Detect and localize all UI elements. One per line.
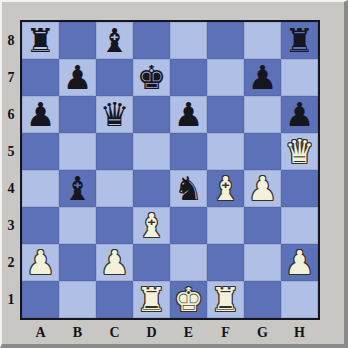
square-d8[interactable] <box>133 22 170 59</box>
square-d4[interactable] <box>133 170 170 207</box>
square-d1[interactable]: ♜ <box>133 281 170 318</box>
square-d7[interactable]: ♚ <box>133 59 170 96</box>
piece-black-pawn[interactable]: ♟ <box>174 96 204 133</box>
rank-label: 6 <box>2 96 20 133</box>
rank-label: 8 <box>2 22 20 59</box>
square-h1[interactable] <box>281 281 318 318</box>
square-h4[interactable] <box>281 170 318 207</box>
rank-label: 1 <box>2 281 20 318</box>
square-g7[interactable]: ♟ <box>244 59 281 96</box>
square-c4[interactable] <box>96 170 133 207</box>
piece-black-rook[interactable]: ♜ <box>285 22 315 59</box>
rank-label: 3 <box>2 207 20 244</box>
square-a2[interactable]: ♟ <box>22 244 59 281</box>
square-e5[interactable] <box>170 133 207 170</box>
square-a7[interactable] <box>22 59 59 96</box>
rank-label: 2 <box>2 244 20 281</box>
square-g2[interactable] <box>244 244 281 281</box>
piece-white-rook[interactable]: ♜ <box>211 281 241 318</box>
square-a6[interactable]: ♟ <box>22 96 59 133</box>
square-b5[interactable] <box>59 133 96 170</box>
square-f4[interactable]: ♝ <box>207 170 244 207</box>
square-c2[interactable]: ♟ <box>96 244 133 281</box>
square-b6[interactable] <box>59 96 96 133</box>
square-f8[interactable] <box>207 22 244 59</box>
square-e1[interactable]: ♚ <box>170 281 207 318</box>
square-g1[interactable] <box>244 281 281 318</box>
square-g4[interactable]: ♟ <box>244 170 281 207</box>
square-h2[interactable]: ♟ <box>281 244 318 281</box>
square-c1[interactable] <box>96 281 133 318</box>
square-e2[interactable] <box>170 244 207 281</box>
rank-label: 7 <box>2 59 20 96</box>
file-label: A <box>22 322 59 344</box>
piece-black-bishop[interactable]: ♝ <box>63 170 93 207</box>
piece-white-pawn[interactable]: ♟ <box>26 244 56 281</box>
piece-black-rook[interactable]: ♜ <box>26 22 56 59</box>
square-a8[interactable]: ♜ <box>22 22 59 59</box>
piece-black-knight[interactable]: ♞ <box>174 170 204 207</box>
file-label: G <box>244 322 281 344</box>
square-b1[interactable] <box>59 281 96 318</box>
piece-black-queen[interactable]: ♛ <box>100 96 130 133</box>
square-f1[interactable]: ♜ <box>207 281 244 318</box>
square-h8[interactable]: ♜ <box>281 22 318 59</box>
piece-black-pawn[interactable]: ♟ <box>26 96 56 133</box>
piece-white-queen[interactable]: ♛ <box>285 133 315 170</box>
piece-black-bishop[interactable]: ♝ <box>100 22 130 59</box>
square-b4[interactable]: ♝ <box>59 170 96 207</box>
square-d6[interactable] <box>133 96 170 133</box>
file-label: E <box>170 322 207 344</box>
square-c7[interactable] <box>96 59 133 96</box>
piece-black-pawn[interactable]: ♟ <box>63 59 93 96</box>
piece-white-bishop[interactable]: ♝ <box>137 207 167 244</box>
square-e6[interactable]: ♟ <box>170 96 207 133</box>
square-f3[interactable] <box>207 207 244 244</box>
piece-white-king[interactable]: ♚ <box>174 281 204 318</box>
square-d2[interactable] <box>133 244 170 281</box>
square-b8[interactable] <box>59 22 96 59</box>
square-f7[interactable] <box>207 59 244 96</box>
rank-label: 5 <box>2 133 20 170</box>
square-e4[interactable]: ♞ <box>170 170 207 207</box>
rank-label: 4 <box>2 170 20 207</box>
chess-board: ♜♝♜♟♚♟♟♛♟♟♛♝♞♝♟♝♟♟♟♜♚♜ <box>20 20 320 320</box>
square-h5[interactable]: ♛ <box>281 133 318 170</box>
square-h3[interactable] <box>281 207 318 244</box>
piece-black-king[interactable]: ♚ <box>137 59 167 96</box>
square-c3[interactable] <box>96 207 133 244</box>
square-a5[interactable] <box>22 133 59 170</box>
square-e3[interactable] <box>170 207 207 244</box>
square-b7[interactable]: ♟ <box>59 59 96 96</box>
square-g8[interactable] <box>244 22 281 59</box>
square-f6[interactable] <box>207 96 244 133</box>
square-d3[interactable]: ♝ <box>133 207 170 244</box>
square-f2[interactable] <box>207 244 244 281</box>
square-g5[interactable] <box>244 133 281 170</box>
square-e7[interactable] <box>170 59 207 96</box>
square-g6[interactable] <box>244 96 281 133</box>
file-label: C <box>96 322 133 344</box>
square-h7[interactable] <box>281 59 318 96</box>
square-a3[interactable] <box>22 207 59 244</box>
square-b2[interactable] <box>59 244 96 281</box>
file-label: H <box>281 322 318 344</box>
piece-white-pawn[interactable]: ♟ <box>285 244 315 281</box>
piece-white-pawn[interactable]: ♟ <box>100 244 130 281</box>
file-labels: ABCDEFGH <box>22 322 318 344</box>
square-a4[interactable] <box>22 170 59 207</box>
file-label: B <box>59 322 96 344</box>
file-label: F <box>207 322 244 344</box>
file-label: D <box>133 322 170 344</box>
piece-white-bishop[interactable]: ♝ <box>211 170 241 207</box>
square-f5[interactable] <box>207 133 244 170</box>
square-h6[interactable]: ♟ <box>281 96 318 133</box>
square-g3[interactable] <box>244 207 281 244</box>
piece-black-pawn[interactable]: ♟ <box>285 96 315 133</box>
square-c6[interactable]: ♛ <box>96 96 133 133</box>
piece-white-pawn[interactable]: ♟ <box>248 170 278 207</box>
board-grid: ♜♝♜♟♚♟♟♛♟♟♛♝♞♝♟♝♟♟♟♜♚♜ <box>22 22 318 318</box>
piece-black-pawn[interactable]: ♟ <box>248 59 278 96</box>
piece-white-rook[interactable]: ♜ <box>137 281 167 318</box>
rank-labels: 87654321 <box>2 22 20 318</box>
square-d5[interactable] <box>133 133 170 170</box>
square-c5[interactable] <box>96 133 133 170</box>
chess-widget-frame: 87654321 ♜♝♜♟♚♟♟♛♟♟♛♝♞♝♟♝♟♟♟♜♚♜ ABCDEFGH <box>0 0 348 348</box>
square-c8[interactable]: ♝ <box>96 22 133 59</box>
square-a1[interactable] <box>22 281 59 318</box>
square-b3[interactable] <box>59 207 96 244</box>
square-e8[interactable] <box>170 22 207 59</box>
